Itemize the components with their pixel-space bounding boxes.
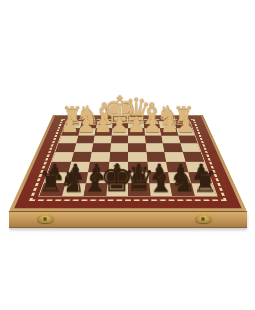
square-e3 [111, 136, 128, 144]
square-g8: ♞ [62, 183, 86, 196]
square-c3 [145, 136, 163, 144]
scene: ♜♞♝♚♛♝♞♜♟♟♟♟♟♟♟♟♟♟♟♟♟♟♟♟♜♞♝♚♛♝♞♜ [0, 0, 255, 310]
chess-board: ♜♞♝♚♛♝♞♜♟♟♟♟♟♟♟♟♟♟♟♟♟♟♟♟♜♞♝♚♛♝♞♜ [9, 115, 247, 211]
brass-clasp-icon [37, 215, 54, 223]
white-pawn: ♟ [177, 115, 196, 135]
black-rook: ♜ [38, 169, 63, 196]
square-b8: ♞ [170, 183, 194, 196]
black-knight: ♞ [60, 168, 86, 196]
square-g3 [76, 136, 95, 144]
square-c8: ♝ [149, 183, 172, 196]
brass-clasp-icon [195, 215, 212, 223]
square-e2: ♟ [111, 128, 128, 135]
board-fold-seam [39, 152, 217, 153]
square-a8: ♜ [191, 183, 217, 196]
square-a2: ♟ [176, 128, 195, 135]
square-b3 [161, 136, 180, 144]
black-rook: ♜ [193, 169, 218, 196]
square-d3 [128, 136, 145, 144]
product-photo-chess-set: ♜♞♝♚♛♝♞♜♟♟♟♟♟♟♟♟♟♟♟♟♟♟♟♟♜♞♝♚♛♝♞♜ [0, 0, 255, 310]
box-front-edge [9, 211, 247, 228]
square-a3 [178, 136, 198, 144]
square-c2: ♟ [144, 128, 161, 135]
square-d2: ♟ [128, 128, 145, 135]
square-h8: ♜ [39, 183, 65, 196]
square-b2: ♟ [160, 128, 178, 135]
board-squares: ♜♞♝♚♛♝♞♜♟♟♟♟♟♟♟♟♟♟♟♟♟♟♟♟♜♞♝♚♛♝♞♜ [39, 122, 216, 196]
square-f3 [93, 136, 111, 144]
square-f8: ♝ [84, 183, 107, 196]
